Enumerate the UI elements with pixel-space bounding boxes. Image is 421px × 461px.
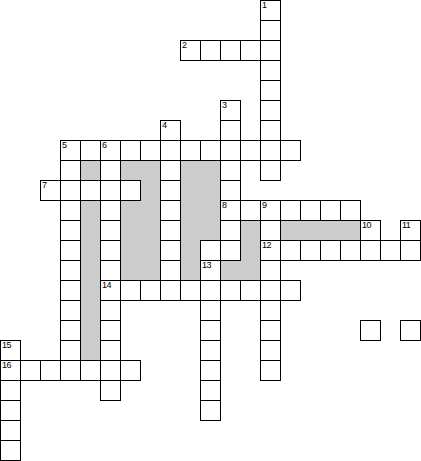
letter-cell[interactable] <box>120 140 141 161</box>
letter-cell[interactable] <box>160 260 181 281</box>
letter-cell[interactable] <box>80 360 101 381</box>
letter-cell[interactable] <box>120 360 141 381</box>
letter-cell[interactable] <box>160 160 181 181</box>
clue-number-14: 14 <box>102 281 111 290</box>
letter-cell[interactable] <box>200 140 221 161</box>
letter-cell[interactable] <box>100 200 121 221</box>
letter-cell[interactable] <box>260 20 281 41</box>
clue-number-1: 1 <box>262 1 267 10</box>
letter-cell[interactable] <box>60 220 81 241</box>
letter-cell[interactable] <box>340 200 361 221</box>
letter-cell[interactable] <box>220 180 241 201</box>
shaded-cell <box>140 160 161 181</box>
clue-number-11: 11 <box>402 221 410 230</box>
shaded-cell <box>200 180 221 201</box>
letter-cell[interactable] <box>220 160 241 181</box>
letter-cell[interactable] <box>80 140 101 161</box>
letter-cell[interactable] <box>240 40 261 61</box>
clue-number-2: 2 <box>182 41 187 50</box>
letter-cell[interactable] <box>320 240 341 261</box>
letter-cell[interactable] <box>280 280 301 301</box>
shaded-cell <box>80 280 101 301</box>
shaded-cell <box>220 260 241 281</box>
letter-cell[interactable] <box>180 140 201 161</box>
clue-number-9: 9 <box>262 201 267 210</box>
letter-cell[interactable] <box>160 140 181 161</box>
letter-cell[interactable] <box>200 360 221 381</box>
shaded-cell <box>80 320 101 341</box>
shaded-cell <box>200 160 221 181</box>
letter-cell[interactable] <box>100 380 121 401</box>
letter-cell[interactable] <box>220 220 241 241</box>
letter-cell[interactable] <box>60 280 81 301</box>
shaded-cell <box>180 160 201 181</box>
letter-cell[interactable] <box>80 180 101 201</box>
letter-cell[interactable] <box>60 240 81 261</box>
shaded-cell <box>80 220 101 241</box>
letter-cell[interactable] <box>280 240 301 261</box>
shaded-cell <box>320 220 341 241</box>
clue-number-16: 16 <box>2 361 11 370</box>
clue-number-7: 7 <box>42 181 47 190</box>
letter-cell[interactable] <box>360 240 381 261</box>
letter-cell[interactable] <box>320 200 341 221</box>
crossword-grid: 12345678910111213141516 <box>0 0 421 461</box>
letter-cell[interactable] <box>100 360 121 381</box>
clue-number-12: 12 <box>262 241 271 250</box>
letter-cell[interactable] <box>200 280 221 301</box>
letter-cell[interactable] <box>60 180 81 201</box>
letter-cell[interactable] <box>100 220 121 241</box>
letter-cell[interactable] <box>60 340 81 361</box>
letter-cell[interactable] <box>260 300 281 321</box>
letter-cell[interactable] <box>240 140 261 161</box>
clue-number-15: 15 <box>2 341 11 350</box>
letter-cell[interactable] <box>260 40 281 61</box>
letter-cell[interactable] <box>360 320 381 341</box>
shaded-cell <box>80 240 101 261</box>
shaded-cell <box>140 260 161 281</box>
shaded-cell <box>180 180 201 201</box>
letter-cell[interactable] <box>280 140 301 161</box>
letter-cell[interactable] <box>260 280 281 301</box>
letter-cell[interactable] <box>60 320 81 341</box>
letter-cell[interactable] <box>260 120 281 141</box>
letter-cell[interactable] <box>140 280 161 301</box>
letter-cell[interactable] <box>300 200 321 221</box>
letter-cell[interactable] <box>220 240 241 261</box>
shaded-cell <box>180 220 201 241</box>
shaded-cell <box>120 160 141 181</box>
letter-cell[interactable] <box>220 120 241 141</box>
letter-cell[interactable] <box>260 340 281 361</box>
letter-cell[interactable] <box>220 280 241 301</box>
shaded-cell <box>200 220 221 241</box>
letter-cell[interactable] <box>160 200 181 221</box>
letter-cell[interactable] <box>0 380 21 401</box>
shaded-cell <box>80 340 101 361</box>
shaded-cell <box>140 200 161 221</box>
letter-cell[interactable] <box>40 360 61 381</box>
letter-cell[interactable] <box>200 400 221 421</box>
shaded-cell <box>240 240 261 261</box>
shaded-cell <box>120 220 141 241</box>
letter-cell[interactable] <box>100 260 121 281</box>
letter-cell[interactable] <box>160 220 181 241</box>
shaded-cell <box>280 220 301 241</box>
letter-cell[interactable] <box>260 360 281 381</box>
letter-cell[interactable] <box>0 420 21 441</box>
clue-number-13: 13 <box>202 261 211 270</box>
shaded-cell <box>180 240 201 261</box>
letter-cell[interactable] <box>260 80 281 101</box>
shaded-cell <box>120 260 141 281</box>
letter-cell[interactable] <box>0 400 21 421</box>
shaded-cell <box>80 160 101 181</box>
letter-cell[interactable] <box>60 200 81 221</box>
shaded-cell <box>120 200 141 221</box>
shaded-cell <box>180 200 201 221</box>
shaded-cell <box>240 220 261 241</box>
clue-number-10: 10 <box>362 221 371 230</box>
letter-cell[interactable] <box>100 340 121 361</box>
letter-cell[interactable] <box>220 40 241 61</box>
letter-cell[interactable] <box>60 360 81 381</box>
letter-cell[interactable] <box>260 320 281 341</box>
letter-cell[interactable] <box>200 300 221 321</box>
shaded-cell <box>240 260 261 281</box>
letter-cell[interactable] <box>400 240 421 261</box>
letter-cell[interactable] <box>100 300 121 321</box>
letter-cell[interactable] <box>240 280 261 301</box>
letter-cell[interactable] <box>260 140 281 161</box>
letter-cell[interactable] <box>400 320 421 341</box>
shaded-cell <box>300 220 321 241</box>
shaded-cell <box>80 260 101 281</box>
letter-cell[interactable] <box>200 240 221 261</box>
letter-cell[interactable] <box>60 260 81 281</box>
letter-cell[interactable] <box>100 320 121 341</box>
shaded-cell <box>80 200 101 221</box>
letter-cell[interactable] <box>280 200 301 221</box>
letter-cell[interactable] <box>260 220 281 241</box>
shaded-cell <box>140 220 161 241</box>
letter-cell[interactable] <box>220 140 241 161</box>
letter-cell[interactable] <box>160 240 181 261</box>
letter-cell[interactable] <box>140 140 161 161</box>
clue-number-3: 3 <box>222 101 227 110</box>
letter-cell[interactable] <box>180 280 201 301</box>
letter-cell[interactable] <box>200 40 221 61</box>
letter-cell[interactable] <box>160 180 181 201</box>
shaded-cell <box>200 200 221 221</box>
clue-number-6: 6 <box>102 141 107 150</box>
letter-cell[interactable] <box>200 340 221 361</box>
letter-cell[interactable] <box>240 200 261 221</box>
shaded-cell <box>120 240 141 261</box>
letter-cell[interactable] <box>160 280 181 301</box>
letter-cell[interactable] <box>120 180 141 201</box>
letter-cell[interactable] <box>200 380 221 401</box>
letter-cell[interactable] <box>120 280 141 301</box>
letter-cell[interactable] <box>260 60 281 81</box>
letter-cell[interactable] <box>60 160 81 181</box>
shaded-cell <box>180 260 201 281</box>
letter-cell[interactable] <box>20 360 41 381</box>
letter-cell[interactable] <box>260 160 281 181</box>
letter-cell[interactable] <box>300 240 321 261</box>
shaded-cell <box>140 180 161 201</box>
letter-cell[interactable] <box>260 260 281 281</box>
clue-number-4: 4 <box>162 121 167 130</box>
letter-cell[interactable] <box>380 240 401 261</box>
letter-cell[interactable] <box>60 300 81 321</box>
letter-cell[interactable] <box>100 160 121 181</box>
letter-cell[interactable] <box>100 240 121 261</box>
shaded-cell <box>80 300 101 321</box>
clue-number-8: 8 <box>222 201 227 210</box>
letter-cell[interactable] <box>0 440 21 461</box>
letter-cell[interactable] <box>100 180 121 201</box>
shaded-cell <box>140 240 161 261</box>
shaded-cell <box>340 220 361 241</box>
letter-cell[interactable] <box>260 100 281 121</box>
letter-cell[interactable] <box>340 240 361 261</box>
letter-cell[interactable] <box>200 320 221 341</box>
clue-number-5: 5 <box>62 141 67 150</box>
